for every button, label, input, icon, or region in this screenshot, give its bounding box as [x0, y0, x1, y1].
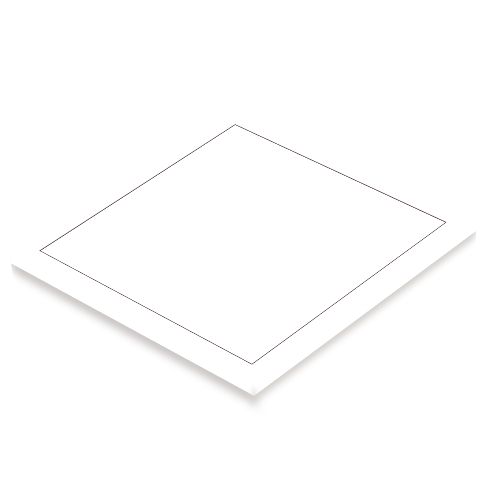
- chess-board: [10, 109, 477, 385]
- photo-scene: [0, 0, 500, 500]
- board-field: [41, 125, 446, 364]
